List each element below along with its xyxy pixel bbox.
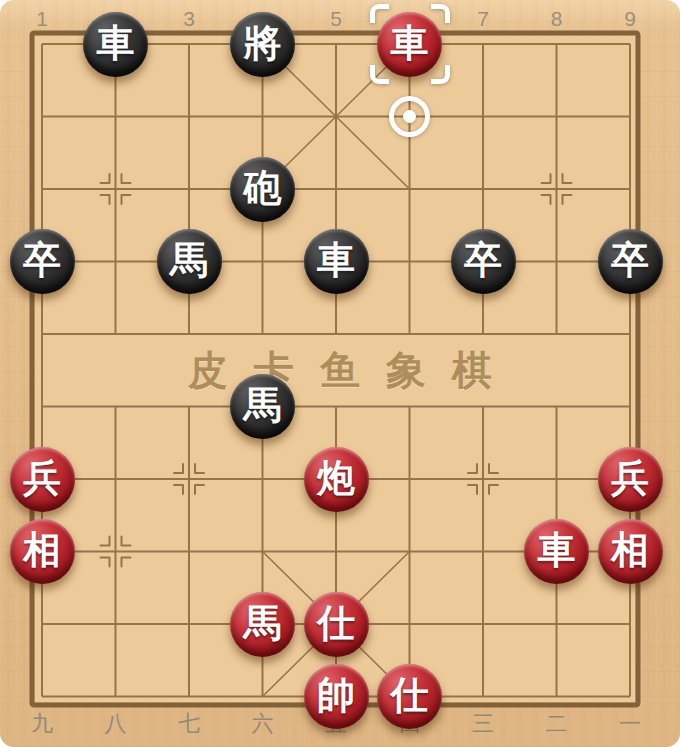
piece-glyph: 將 — [244, 24, 282, 62]
piece-glyph: 仕 — [317, 604, 355, 642]
piece-glyph: 馬 — [170, 241, 208, 279]
piece-glyph: 炮 — [317, 459, 355, 497]
piece-glyph: 車 — [538, 531, 576, 569]
piece-black-pawn[interactable]: 卒 — [10, 229, 75, 294]
xiangqi-board[interactable]: 皮卡鱼象棋 123456789 九八七六五四三二一 車將車砲卒馬車卒卒馬兵炮兵相… — [0, 0, 680, 747]
piece-black-cannon[interactable]: 砲 — [230, 157, 295, 222]
piece-glyph: 仕 — [391, 676, 429, 714]
piece-black-horse[interactable]: 馬 — [157, 229, 222, 294]
piece-red-king[interactable]: 帥 — [304, 664, 369, 729]
piece-black-general[interactable]: 將 — [230, 12, 295, 77]
piece-glyph: 相 — [23, 531, 61, 569]
piece-black-chariot[interactable]: 車 — [83, 12, 148, 77]
piece-red-elephant[interactable]: 相 — [10, 519, 75, 584]
piece-black-chariot[interactable]: 車 — [304, 229, 369, 294]
piece-red-horse[interactable]: 馬 — [230, 592, 295, 657]
piece-glyph: 馬 — [244, 604, 282, 642]
piece-glyph: 卒 — [23, 241, 61, 279]
piece-black-horse[interactable]: 馬 — [230, 374, 295, 439]
piece-red-elephant[interactable]: 相 — [598, 519, 663, 584]
piece-glyph: 帥 — [317, 676, 355, 714]
pieces-layer: 車將車砲卒馬車卒卒馬兵炮兵相車相馬仕帥仕 — [0, 0, 680, 747]
piece-glyph: 車 — [391, 24, 429, 62]
piece-red-advisor[interactable]: 仕 — [304, 592, 369, 657]
piece-red-chariot[interactable]: 車 — [524, 519, 589, 584]
piece-black-pawn[interactable]: 卒 — [451, 229, 516, 294]
piece-red-chariot[interactable]: 車 — [377, 12, 442, 77]
piece-red-cannon[interactable]: 炮 — [304, 447, 369, 512]
piece-red-pawn[interactable]: 兵 — [10, 447, 75, 512]
piece-glyph: 卒 — [464, 241, 502, 279]
piece-glyph: 車 — [97, 24, 135, 62]
piece-black-pawn[interactable]: 卒 — [598, 229, 663, 294]
piece-glyph: 砲 — [244, 169, 282, 207]
piece-glyph: 兵 — [611, 459, 649, 497]
piece-glyph: 車 — [317, 241, 355, 279]
piece-glyph: 卒 — [611, 241, 649, 279]
piece-red-pawn[interactable]: 兵 — [598, 447, 663, 512]
piece-glyph: 兵 — [23, 459, 61, 497]
piece-glyph: 相 — [611, 531, 649, 569]
piece-glyph: 馬 — [244, 386, 282, 424]
piece-red-advisor[interactable]: 仕 — [377, 664, 442, 729]
